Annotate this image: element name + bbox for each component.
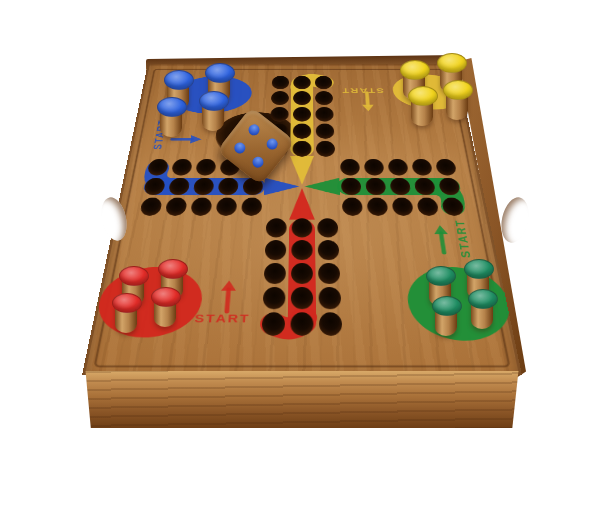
red-start-arrow [227,289,229,311]
board-hole-top-arm-r3c8[interactable] [315,107,333,122]
die-pip-4 [250,154,265,169]
board-hole-top-arm-r2c8[interactable] [315,91,333,105]
board-hole-top-arm-r3c7[interactable] [293,107,311,122]
peg-top-red [119,266,149,286]
board-hole-left-arm-r8c5[interactable] [241,198,262,216]
board-hole-right-arm-r6c11[interactable] [388,159,409,176]
peg-top-yellow [400,60,430,80]
board-hole-bottom-arm-r13c8[interactable] [319,312,343,335]
board-hole-left-arm-r8c3[interactable] [190,198,212,216]
red-start-arrowhead [221,281,236,291]
red-peg-3[interactable] [112,293,140,335]
green-start-label: START [452,219,473,257]
finger-notch-right [498,195,533,245]
red-centre-point [289,188,315,219]
peg-top-green [468,289,498,309]
board-hole-top-arm-r5c8[interactable] [316,141,335,157]
die-pip-3 [233,140,248,155]
board-hole-bottom-arm-r12c8[interactable] [318,287,341,309]
peg-top-yellow [408,86,438,106]
ludo-box-photo: START START START START [0,0,600,506]
green-start-arrowhead [433,225,448,234]
board-hole-right-arm-r6c10[interactable] [364,159,385,176]
board-hole-right-arm-r6c12[interactable] [411,159,433,176]
board-hole-bottom-arm-r9c6[interactable] [266,218,287,237]
board-hole-bottom-arm-r10c8[interactable] [318,240,340,260]
peg-top-blue [205,63,235,83]
peg-top-green [464,259,494,279]
board-hole-left-arm-r8c2[interactable] [165,198,188,216]
board-hole-top-arm-r1c6[interactable] [272,76,290,89]
peg-top-blue [157,97,187,117]
board-hole-right-arm-r8c12[interactable] [416,198,439,216]
red-peg-4[interactable] [151,287,179,329]
peg-top-green [426,266,456,286]
board-hole-top-arm-r2c7[interactable] [293,91,311,105]
board-hole-left-arm-r8c4[interactable] [216,198,238,216]
board-hole-bottom-arm-r11c6[interactable] [264,263,286,284]
peg-top-red [112,293,142,313]
blue-peg-4[interactable] [199,91,227,133]
board-hole-right-arm-r8c11[interactable] [392,198,414,216]
yellow-start-arrow [367,92,368,105]
yellow-centre-point [290,156,315,184]
peg-top-red [151,287,181,307]
board-hole-top-arm-r4c7[interactable] [293,124,312,139]
green-start-arrow [441,233,444,253]
board-hole-left-arm-r6c3[interactable] [195,159,216,176]
green-peg-4[interactable] [468,289,496,331]
die-pip-1 [246,123,261,138]
board-hole-bottom-arm-r13c7[interactable] [290,312,313,335]
board-hole-bottom-arm-r10c6[interactable] [265,240,287,260]
peg-top-yellow [437,53,467,73]
box-front-side [82,371,522,428]
blue-centre-point [264,178,300,195]
green-centre-point [304,178,340,195]
board-hole-bottom-arm-r11c7[interactable] [291,263,313,284]
board-hole-left-arm-r8c1[interactable] [139,198,162,216]
board-hole-bottom-arm-r12c6[interactable] [263,287,286,309]
board-hole-bottom-arm-r11c8[interactable] [318,263,340,284]
board-hole-bottom-arm-r9c8[interactable] [317,218,338,237]
peg-top-yellow [443,80,473,100]
board-hole-right-arm-r6c13[interactable] [435,159,457,176]
board-hole-right-arm-r8c10[interactable] [367,198,389,216]
peg-top-red [158,259,188,279]
yellow-peg-4[interactable] [443,80,471,122]
blue-start-arrowhead [190,135,202,143]
board-hole-top-arm-r4c8[interactable] [316,124,335,139]
board-hole-top-arm-r3c6[interactable] [270,107,288,122]
yellow-start-label: START [341,87,384,95]
board-hole-left-arm-r6c2[interactable] [171,159,193,176]
blue-peg-3[interactable] [157,97,185,139]
board-hole-right-arm-r8c9[interactable] [342,198,363,216]
red-start-label: START [194,312,251,325]
peg-top-green [432,296,462,316]
board-hole-right-arm-r6c9[interactable] [340,159,360,176]
peg-top-blue [164,70,194,90]
board-hole-bottom-arm-r9c7[interactable] [292,218,313,237]
yellow-peg-3[interactable] [408,86,436,128]
die-pip-2 [264,136,279,151]
board-hole-bottom-arm-r12c7[interactable] [291,287,313,309]
peg-top-blue [199,91,229,111]
board-hole-top-arm-r5c7[interactable] [293,141,312,157]
board-hole-bottom-arm-r10c7[interactable] [291,240,312,260]
board-hole-top-arm-r1c7[interactable] [293,76,310,89]
yellow-start-arrowhead [362,105,374,112]
green-peg-3[interactable] [432,296,460,338]
board-hole-top-arm-r2c6[interactable] [271,91,289,105]
